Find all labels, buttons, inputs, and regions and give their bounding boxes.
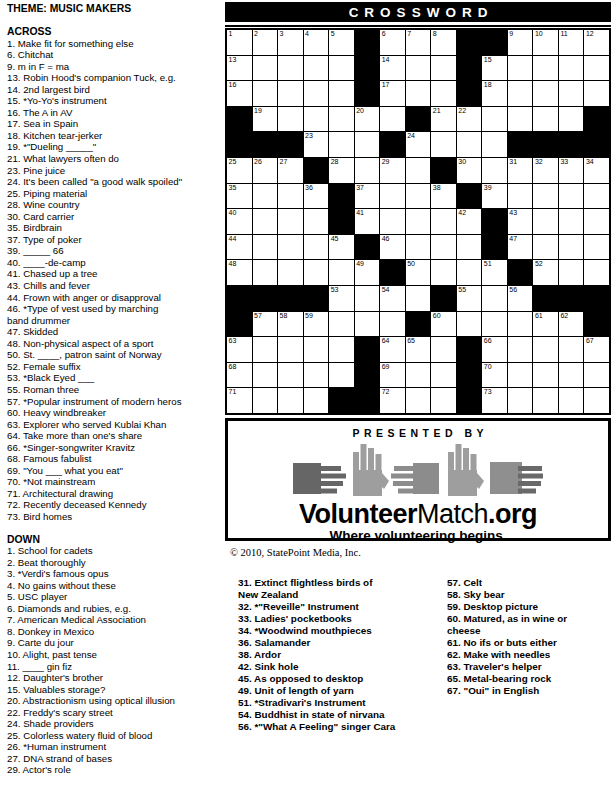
grid-cell[interactable] [406, 363, 431, 388]
clue: 14. 2nd largest bird [7, 84, 225, 96]
grid-cell[interactable]: 33 [559, 158, 584, 183]
grid-cell[interactable] [380, 107, 405, 132]
grid-cell[interactable] [329, 56, 354, 81]
grid-cell[interactable]: 72 [380, 388, 405, 413]
grid-cell[interactable]: 20 [355, 107, 380, 132]
grid-cell[interactable] [431, 337, 456, 362]
grid-cell[interactable] [559, 184, 584, 209]
black-cell [355, 363, 380, 388]
copyright-line: © 2010, StatePoint Media, Inc. [230, 547, 361, 558]
cell-number: 11 [560, 30, 567, 39]
grid-cell[interactable]: 60 [431, 312, 456, 337]
grid-cell[interactable] [406, 209, 431, 234]
cell-number: 55 [458, 286, 466, 295]
clue: 53. *Black Eyed ___ [7, 372, 225, 384]
grid-cell[interactable] [253, 81, 278, 106]
grid-cell[interactable]: 37 [355, 184, 380, 209]
grid-cell[interactable]: 2 [253, 30, 278, 55]
grid-cell[interactable] [559, 209, 584, 234]
cell-number: 40 [229, 209, 237, 218]
grid-cell[interactable] [431, 363, 456, 388]
grid-cell[interactable]: 45 [329, 235, 354, 260]
cell-number: 7 [407, 30, 411, 39]
grid-cell[interactable] [278, 209, 303, 234]
grid-cell[interactable]: 53 [329, 286, 354, 311]
grid-cell[interactable] [329, 107, 354, 132]
grid-cell[interactable]: 41 [355, 209, 380, 234]
grid-cell[interactable] [406, 56, 431, 81]
grid-cell[interactable] [584, 209, 609, 234]
clue: 33. Ladies' pocketbooks [238, 613, 448, 625]
grid-cell[interactable]: 59 [304, 312, 329, 337]
cell-number: 12 [586, 30, 594, 39]
clue: 71. Architectural drawing [7, 488, 225, 500]
clue: 45. As opposed to desktop [238, 673, 448, 685]
black-cell [457, 81, 482, 106]
grid-cell[interactable]: 9 [508, 30, 533, 55]
grid-cell[interactable]: 39 [482, 184, 507, 209]
grid-cell[interactable]: 31 [508, 158, 533, 183]
black-cell [355, 337, 380, 362]
grid-cell[interactable]: 64 [380, 337, 405, 362]
grid-cell[interactable] [278, 56, 303, 81]
grid-cell[interactable]: 13 [227, 56, 252, 81]
grid-cell[interactable]: 8 [431, 30, 456, 55]
grid-cell[interactable]: 26 [253, 158, 278, 183]
clue: 35. Birdbrain [7, 222, 225, 234]
grid-cell[interactable]: 34 [584, 158, 609, 183]
clue: 38. Ardor [238, 649, 448, 661]
black-cell [278, 132, 303, 157]
cell-number: 69 [382, 363, 390, 372]
cell-number: 42 [458, 209, 466, 218]
grid-cell[interactable] [253, 337, 278, 362]
grid-cell[interactable]: 54 [380, 286, 405, 311]
black-cell [559, 132, 584, 157]
grid-cell[interactable]: 25 [227, 158, 252, 183]
black-cell [508, 132, 533, 157]
grid-cell[interactable]: 36 [304, 184, 329, 209]
grid-cell[interactable]: 29 [380, 158, 405, 183]
grid-cell[interactable]: 62 [559, 312, 584, 337]
grid-cell[interactable] [278, 363, 303, 388]
grid-cell[interactable] [457, 132, 482, 157]
black-cell [584, 312, 609, 337]
grid-cell[interactable] [482, 286, 507, 311]
presented-by-label: PRESENTED BY [228, 427, 608, 439]
grid-cell[interactable] [253, 235, 278, 260]
grid-cell[interactable] [533, 209, 558, 234]
black-cell [457, 388, 482, 413]
grid-cell[interactable]: 5 [329, 30, 354, 55]
clue: 9. Carte du jour [7, 637, 225, 649]
grid-cell[interactable] [253, 363, 278, 388]
grid-cell[interactable]: 52 [533, 260, 558, 285]
grid-cell[interactable]: 18 [482, 81, 507, 106]
grid-cell[interactable] [304, 107, 329, 132]
grid-cell[interactable]: 73 [482, 388, 507, 413]
black-cell [355, 56, 380, 81]
grid-cell[interactable]: 4 [304, 30, 329, 55]
grid-cell[interactable] [431, 132, 456, 157]
grid-cell[interactable] [508, 107, 533, 132]
grid-cell[interactable]: 32 [533, 158, 558, 183]
grid-cell[interactable]: 43 [508, 209, 533, 234]
cell-number: 64 [382, 337, 390, 346]
grid-cell[interactable] [380, 184, 405, 209]
grid-cell[interactable] [380, 312, 405, 337]
black-cell [227, 107, 252, 132]
grid-cell[interactable]: 58 [278, 312, 303, 337]
clue: 63. Traveler's helper [447, 661, 610, 673]
clue: 65. Metal-bearing rock [447, 673, 610, 685]
black-cell [227, 132, 252, 157]
grid-cell[interactable] [304, 235, 329, 260]
grid-cell[interactable]: 68 [227, 363, 252, 388]
cell-number: 67 [586, 337, 594, 346]
cell-number: 39 [484, 184, 492, 193]
cell-number: 21 [433, 107, 441, 116]
grid-cell[interactable] [380, 209, 405, 234]
clue: 67. "Oui" in English [447, 685, 610, 697]
grid-cell[interactable]: 23 [304, 132, 329, 157]
clue: 4. No gains without these [7, 580, 225, 592]
grid-cell[interactable] [559, 260, 584, 285]
grid-cell[interactable] [533, 337, 558, 362]
cell-number: 43 [509, 209, 517, 218]
black-cell [457, 337, 482, 362]
cell-number: 31 [509, 158, 517, 167]
cell-number: 14 [382, 56, 390, 65]
cell-number: 1 [229, 30, 233, 39]
cell-number: 56 [509, 286, 517, 295]
cell-number: 29 [382, 158, 390, 167]
cell-number: 22 [458, 107, 466, 116]
across-clue-list: 1. Make fit for something else6. Chitcha… [7, 38, 225, 523]
crossword-page: THEME: MUSIC MAKERS ACROSS 1. Make fit f… [0, 0, 612, 792]
grid-cell[interactable] [406, 81, 431, 106]
grid-cell[interactable] [406, 184, 431, 209]
cell-number: 16 [229, 81, 237, 90]
grid-cell[interactable] [431, 209, 456, 234]
grid-cell[interactable] [508, 363, 533, 388]
grid-cell[interactable]: 66 [482, 337, 507, 362]
clue: 44. Frown with anger or disapproval [7, 292, 225, 304]
crossword-grid: 1234567891011121314151617181920212223242… [225, 28, 611, 415]
clue: 22. Freddy's scary street [7, 707, 225, 719]
clue: 10. Alight, past tense [7, 649, 225, 661]
grid-cell[interactable]: 19 [253, 107, 278, 132]
grid-cell[interactable] [278, 260, 303, 285]
clue: 28. Wine country [7, 199, 225, 211]
clue: 56. *"What A Feeling" singer Cara [238, 721, 448, 733]
grid-cell[interactable]: 56 [508, 286, 533, 311]
black-cell [380, 260, 405, 285]
black-cell [482, 30, 507, 55]
grid-cell[interactable]: 67 [584, 337, 609, 362]
grid-cell[interactable] [406, 235, 431, 260]
cell-number: 45 [331, 235, 339, 244]
grid-cell[interactable] [482, 158, 507, 183]
clue: 12. Daughter's brother [7, 672, 225, 684]
grid-cell[interactable]: 55 [457, 286, 482, 311]
grid-cell[interactable] [584, 388, 609, 413]
grid-cell[interactable] [253, 388, 278, 413]
grid-cell[interactable]: 61 [533, 312, 558, 337]
grid-cell[interactable] [304, 388, 329, 413]
clue: 8. Donkey in Mexico [7, 626, 225, 638]
grid-cell[interactable] [278, 81, 303, 106]
grid-cell[interactable] [431, 56, 456, 81]
grid-cell[interactable] [406, 388, 431, 413]
black-cell [380, 132, 405, 157]
grid-cell[interactable] [355, 286, 380, 311]
grid-cell[interactable]: 28 [329, 158, 354, 183]
grid-cell[interactable] [457, 235, 482, 260]
grid-cell[interactable] [533, 81, 558, 106]
grid-cell[interactable] [508, 337, 533, 362]
grid-cell[interactable] [508, 81, 533, 106]
grid-cell[interactable]: 17 [380, 81, 405, 106]
grid-cell[interactable] [482, 312, 507, 337]
grid-cell[interactable] [329, 363, 354, 388]
crossword-block: CROSSWORD 123456789101112131415161718192… [225, 2, 611, 415]
grid-cell[interactable] [278, 107, 303, 132]
cell-number: 37 [356, 184, 364, 193]
grid-cell[interactable] [559, 56, 584, 81]
grid-cell[interactable]: 51 [482, 260, 507, 285]
grid-cell[interactable] [304, 363, 329, 388]
cell-number: 15 [484, 56, 492, 65]
grid-cell[interactable]: 14 [380, 56, 405, 81]
grid-cell[interactable] [253, 184, 278, 209]
grid-cell[interactable] [431, 235, 456, 260]
cell-number: 8 [433, 30, 437, 39]
grid-cell[interactable]: 42 [457, 209, 482, 234]
grid-cell[interactable]: 38 [431, 184, 456, 209]
grid-cell[interactable] [533, 107, 558, 132]
grid-cell[interactable] [508, 56, 533, 81]
grid-cell[interactable]: 49 [355, 260, 380, 285]
clue: 32. *"Reveille" Instrument [238, 601, 448, 613]
grid-cell[interactable] [559, 388, 584, 413]
grid-cell[interactable]: 3 [278, 30, 303, 55]
black-cell [304, 158, 329, 183]
clue: 70. *Not mainstream [7, 476, 225, 488]
clue: 62. Make with needles [447, 649, 610, 661]
theme-title: THEME: MUSIC MAKERS [7, 3, 225, 15]
grid-cell[interactable]: 48 [227, 260, 252, 285]
grid-cell[interactable] [304, 209, 329, 234]
grid-cell[interactable] [253, 260, 278, 285]
cell-number: 50 [407, 260, 415, 269]
grid-cell[interactable] [329, 337, 354, 362]
grid-cell[interactable]: 35 [227, 184, 252, 209]
cell-number: 72 [382, 388, 390, 397]
cell-number: 9 [509, 30, 513, 39]
clue: 63. Explorer who served Kublai Khan [7, 419, 225, 431]
black-cell [227, 312, 252, 337]
cell-number: 6 [382, 30, 386, 39]
grid-cell[interactable]: 27 [278, 158, 303, 183]
grid-cell[interactable]: 1 [227, 30, 252, 55]
cell-number: 48 [229, 260, 237, 269]
grid-cell[interactable] [584, 363, 609, 388]
cell-number: 19 [254, 107, 262, 116]
grid-cell[interactable] [559, 337, 584, 362]
grid-cell[interactable]: 21 [431, 107, 456, 132]
cell-number: 54 [382, 286, 390, 295]
grid-cell[interactable] [431, 81, 456, 106]
clue: 66. *Singer-songwriter Kravitz [7, 442, 225, 454]
grid-cell[interactable]: 22 [457, 107, 482, 132]
clue: 61. No ifs or buts either [447, 637, 610, 649]
grid-cell[interactable] [355, 312, 380, 337]
grid-cell[interactable]: 40 [227, 209, 252, 234]
grid-cell[interactable] [304, 260, 329, 285]
grid-cell[interactable] [431, 388, 456, 413]
grid-cell[interactable] [329, 81, 354, 106]
grid-cell[interactable] [533, 235, 558, 260]
grid-cell[interactable] [559, 81, 584, 106]
grid-cell[interactable] [482, 132, 507, 157]
grid-cell[interactable] [355, 158, 380, 183]
grid-cell[interactable]: 69 [380, 363, 405, 388]
brand-match: Match [417, 499, 488, 529]
black-cell [457, 184, 482, 209]
grid-cell[interactable]: 44 [227, 235, 252, 260]
brand-org: .org [488, 499, 537, 529]
cell-number: 2 [254, 30, 258, 39]
grid-cell[interactable]: 7 [406, 30, 431, 55]
grid-cell[interactable] [559, 363, 584, 388]
grid-cell[interactable]: 15 [482, 56, 507, 81]
clue: 26. *Human instrument [7, 741, 225, 753]
clue: 25. Piping material [7, 188, 225, 200]
grid-cell[interactable] [584, 260, 609, 285]
grid-cell[interactable] [278, 337, 303, 362]
grid-cell[interactable] [431, 260, 456, 285]
grid-cell[interactable] [329, 132, 354, 157]
grid-cell[interactable] [406, 286, 431, 311]
grid-cell[interactable]: 11 [559, 30, 584, 55]
clue: 64. Take more than one's share [7, 430, 225, 442]
grid-cell[interactable] [329, 312, 354, 337]
across-header: ACROSS [7, 26, 225, 38]
grid-cell[interactable]: 65 [406, 337, 431, 362]
black-cell [533, 286, 558, 311]
grid-cell[interactable]: 50 [406, 260, 431, 285]
cell-number: 34 [586, 158, 594, 167]
grid-cell[interactable]: 70 [482, 363, 507, 388]
grid-cell[interactable] [278, 388, 303, 413]
clue: 41. Chased up a tree [7, 268, 225, 280]
clue: 60. Matured, as in wine or cheese [447, 613, 610, 637]
clue: 1. Make fit for something else [7, 38, 225, 50]
grid-cell[interactable]: 16 [227, 81, 252, 106]
cell-number: 4 [305, 30, 309, 39]
grid-cell[interactable] [457, 312, 482, 337]
grid-cell[interactable] [304, 56, 329, 81]
clue: 27. DNA strand of bases [7, 753, 225, 765]
black-cell [559, 286, 584, 311]
clue: 13. Robin Hood's companion Tuck, e.g. [7, 72, 225, 84]
grid-cell[interactable] [355, 132, 380, 157]
grid-cell[interactable] [457, 260, 482, 285]
clue: 39. _____ 66 [7, 245, 225, 257]
clue: 37. Type of poker [7, 234, 225, 246]
grid-cell[interactable] [406, 158, 431, 183]
grid-cell[interactable] [584, 235, 609, 260]
grid-cell[interactable]: 57 [253, 312, 278, 337]
volunteermatch-hands-logo-icon [228, 442, 608, 500]
grid-cell[interactable]: 24 [406, 132, 431, 157]
black-cell [482, 209, 507, 234]
clue: 58. Sky bear [447, 589, 610, 601]
cell-number: 58 [280, 312, 288, 321]
grid-cell[interactable] [584, 81, 609, 106]
grid-cell[interactable]: 47 [508, 235, 533, 260]
grid-cell[interactable] [253, 209, 278, 234]
grid-cell[interactable] [559, 235, 584, 260]
grid-cell[interactable]: 6 [380, 30, 405, 55]
grid-cell[interactable] [278, 184, 303, 209]
grid-cell[interactable] [482, 107, 507, 132]
clue: 51. *Stradivari's Instrument [238, 697, 448, 709]
clue: 1. School for cadets [7, 545, 225, 557]
black-cell [406, 312, 431, 337]
grid-cell[interactable] [329, 260, 354, 285]
grid-cell[interactable] [559, 107, 584, 132]
clue: 30. Card carrier [7, 211, 225, 223]
black-cell [508, 260, 533, 285]
grid-cell[interactable] [533, 388, 558, 413]
brand-tagline: Where volunteering begins. [228, 528, 608, 543]
grid-cell[interactable] [508, 184, 533, 209]
down-clue-list-left: 1. School for cadets2. Beat thoroughly3.… [7, 545, 225, 776]
clue: 19. *"Dueling _____" [7, 141, 225, 153]
grid-cell[interactable] [584, 56, 609, 81]
clue: 69. "You ___ what you eat" [7, 465, 225, 477]
black-cell [329, 184, 354, 209]
grid-cell[interactable]: 10 [533, 30, 558, 55]
grid-cell[interactable]: 30 [457, 158, 482, 183]
grid-cell[interactable] [533, 56, 558, 81]
cell-number: 44 [229, 235, 237, 244]
grid-cell[interactable] [533, 363, 558, 388]
grid-cell[interactable] [533, 184, 558, 209]
presented-by-box: PRESENTED BY [225, 418, 611, 541]
clue: 36. Salamander [238, 637, 448, 649]
grid-cell[interactable] [304, 81, 329, 106]
grid-cell[interactable] [584, 184, 609, 209]
grid-cell[interactable] [278, 235, 303, 260]
grid-cell[interactable] [508, 312, 533, 337]
grid-cell[interactable] [508, 388, 533, 413]
clue: 11. ____ gin fiz [7, 661, 225, 673]
cell-number: 52 [535, 260, 543, 269]
grid-cell[interactable]: 63 [227, 337, 252, 362]
grid-cell[interactable] [253, 56, 278, 81]
clue: 16. The A in AV [7, 107, 225, 119]
cell-number: 51 [484, 260, 492, 269]
grid-cell[interactable]: 12 [584, 30, 609, 55]
grid-cell[interactable] [304, 337, 329, 362]
clue: 5. USC player [7, 591, 225, 603]
clue: 54. Buddhist in state of nirvana [238, 709, 448, 721]
grid-cell[interactable]: 71 [227, 388, 252, 413]
grid-cell[interactable]: 46 [380, 235, 405, 260]
